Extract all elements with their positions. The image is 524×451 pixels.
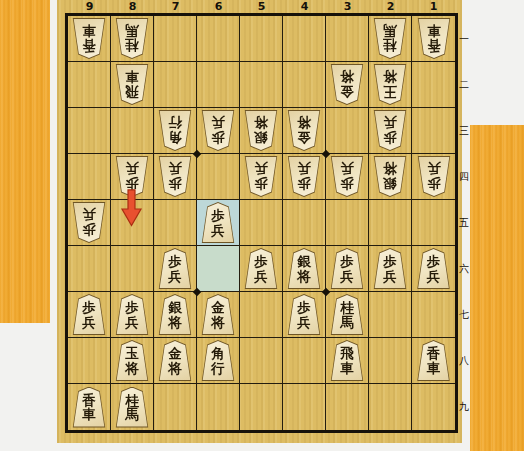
piece-kanji: 銀 (254, 131, 268, 146)
square-73[interactable]: 角行 (154, 108, 197, 154)
rank-label-5: 五 (457, 200, 471, 246)
piece-pawn-sente: 歩兵 (243, 248, 279, 289)
file-labels: 987654321 (68, 0, 455, 14)
piece-kanji: 馬 (125, 24, 139, 39)
piece-kanji: 兵 (427, 269, 441, 284)
piece-kanji: 歩 (82, 223, 96, 238)
piece-kanji: 角 (168, 131, 182, 146)
piece-kanji: 歩 (297, 300, 311, 315)
piece-kanji: 飛 (125, 85, 139, 100)
piece-face: 歩兵 (201, 203, 235, 242)
piece-kanji: 王 (383, 85, 397, 100)
square-76[interactable]: 歩兵 (154, 246, 197, 292)
square-17[interactable] (412, 292, 455, 338)
piece-kanji: 兵 (297, 162, 311, 177)
piece-silver-sente: 銀将 (157, 294, 193, 335)
piece-kanji: 銀 (168, 300, 182, 315)
file-label-6: 6 (197, 0, 240, 14)
piece-face: 銀将 (287, 249, 321, 288)
square-62[interactable] (197, 62, 240, 108)
piece-face: 歩兵 (201, 111, 235, 150)
piece-kanji: 金 (297, 131, 311, 146)
piece-face: 歩兵 (287, 295, 321, 334)
piece-face: 歩兵 (72, 295, 106, 334)
piece-kanji: 歩 (427, 177, 441, 192)
piece-face: 歩兵 (287, 157, 321, 196)
piece-face: 歩兵 (244, 249, 278, 288)
piece-kanji: 将 (125, 361, 139, 376)
piece-pawn-gote: 歩兵 (416, 156, 452, 197)
square-44[interactable]: 歩兵 (283, 154, 326, 200)
piece-rook-sente: 飛車 (329, 340, 365, 381)
square-21[interactable]: 桂馬 (369, 16, 412, 62)
piece-kanji: 歩 (383, 131, 397, 146)
piece-kanji: 将 (383, 70, 397, 85)
square-49[interactable] (283, 384, 326, 430)
square-23[interactable]: 歩兵 (369, 108, 412, 154)
piece-face: 香車 (72, 388, 106, 427)
piece-kanji: 香 (427, 346, 441, 361)
piece-face: 歩兵 (417, 249, 451, 288)
square-89[interactable]: 桂馬 (111, 384, 154, 430)
piece-kanji: 兵 (211, 116, 225, 131)
piece-kanji: 歩 (427, 254, 441, 269)
square-42[interactable] (283, 62, 326, 108)
piece-kanji: 兵 (254, 162, 268, 177)
square-16[interactable]: 歩兵 (412, 246, 455, 292)
square-34[interactable]: 歩兵 (326, 154, 369, 200)
piece-kanji: 歩 (340, 177, 354, 192)
piece-kanji: 香 (82, 39, 96, 54)
piece-kanji: 桂 (383, 39, 397, 54)
piece-kanji: 兵 (168, 269, 182, 284)
square-14[interactable]: 歩兵 (412, 154, 455, 200)
rank-label-9: 九 (457, 384, 471, 430)
square-39[interactable] (326, 384, 369, 430)
file-label-5: 5 (240, 0, 283, 14)
square-75[interactable] (154, 200, 197, 246)
square-56[interactable]: 歩兵 (240, 246, 283, 292)
square-18[interactable]: 香車 (412, 338, 455, 384)
piece-pawn-sente: 歩兵 (286, 294, 322, 335)
square-65[interactable]: 歩兵 (197, 200, 240, 246)
rank-label-6: 六 (457, 246, 471, 292)
piece-kanji: 将 (254, 116, 268, 131)
piece-knight-sente: 桂馬 (114, 387, 150, 428)
piece-kanji: 兵 (82, 315, 96, 330)
piece-face: 歩兵 (330, 157, 364, 196)
piece-pawn-gote: 歩兵 (243, 156, 279, 197)
square-48[interactable] (283, 338, 326, 384)
square-27[interactable] (369, 292, 412, 338)
piece-gold-sente: 金将 (157, 340, 193, 381)
square-46[interactable]: 銀将 (283, 246, 326, 292)
piece-kanji: 兵 (383, 116, 397, 131)
rank-label-7: 七 (457, 292, 471, 338)
piece-face: 角行 (158, 111, 192, 150)
piece-kanji: 行 (211, 361, 225, 376)
piece-pawn-sente: 歩兵 (200, 202, 236, 243)
piece-face: 銀将 (158, 295, 192, 334)
piece-pawn-gote: 歩兵 (372, 110, 408, 151)
square-47[interactable]: 歩兵 (283, 292, 326, 338)
piece-face: 歩兵 (158, 249, 192, 288)
piece-kanji: 兵 (125, 162, 139, 177)
piece-face: 角行 (201, 341, 235, 380)
square-67[interactable]: 金将 (197, 292, 240, 338)
square-24[interactable]: 銀将 (369, 154, 412, 200)
piece-silver-gote: 銀将 (372, 156, 408, 197)
piece-pawn-sente: 歩兵 (157, 248, 193, 289)
piece-kanji: 飛 (340, 346, 354, 361)
piece-pawn-gote: 歩兵 (157, 156, 193, 197)
piece-kanji: 将 (211, 315, 225, 330)
piece-kanji: 将 (297, 116, 311, 131)
square-32[interactable]: 金将 (326, 62, 369, 108)
piece-kanji: 兵 (254, 269, 268, 284)
piece-face: 歩兵 (244, 157, 278, 196)
piece-kanji: 馬 (340, 315, 354, 330)
piece-face: 香車 (72, 19, 106, 58)
piece-kanji: 兵 (211, 223, 225, 238)
piece-face: 玉将 (115, 341, 149, 380)
square-96[interactable] (68, 246, 111, 292)
piece-kanji: 歩 (125, 300, 139, 315)
square-78[interactable]: 金将 (154, 338, 197, 384)
piece-pawn-sente: 歩兵 (416, 248, 452, 289)
piece-rook-gote: 飛車 (114, 64, 150, 105)
piece-face: 王将 (373, 65, 407, 104)
piece-bishop-gote: 角行 (157, 110, 193, 151)
square-95[interactable]: 歩兵 (68, 200, 111, 246)
square-41[interactable] (283, 16, 326, 62)
piece-kanji: 車 (340, 361, 354, 376)
move-arrow (120, 189, 143, 227)
piece-kanji: 桂 (340, 300, 354, 315)
rank-label-8: 八 (457, 338, 471, 384)
piece-kanji: 玉 (125, 346, 139, 361)
piece-pawn-sente: 歩兵 (114, 294, 150, 335)
square-81[interactable]: 桂馬 (111, 16, 154, 62)
piece-kanji: 将 (297, 269, 311, 284)
piece-kanji: 歩 (254, 177, 268, 192)
piece-kanji: 兵 (427, 162, 441, 177)
square-71[interactable] (154, 16, 197, 62)
square-26[interactable]: 歩兵 (369, 246, 412, 292)
square-88[interactable]: 玉将 (111, 338, 154, 384)
piece-lance-gote: 香車 (416, 18, 452, 59)
piece-kanji: 桂 (125, 393, 139, 408)
piece-face: 飛車 (115, 65, 149, 104)
piece-knight-gote: 桂馬 (114, 18, 150, 59)
square-45[interactable] (283, 200, 326, 246)
right-wood-panel (470, 125, 524, 451)
piece-kanji: 歩 (168, 177, 182, 192)
piece-kanji: 兵 (125, 315, 139, 330)
piece-kanji: 車 (427, 361, 441, 376)
square-36[interactable]: 歩兵 (326, 246, 369, 292)
piece-kanji: 金 (211, 300, 225, 315)
piece-pawn-gote: 歩兵 (329, 156, 365, 197)
piece-face: 金将 (330, 65, 364, 104)
piece-face: 香車 (417, 341, 451, 380)
rank-label-3: 三 (457, 108, 471, 154)
rank-label-2: 二 (457, 62, 471, 108)
piece-kanji: 将 (168, 361, 182, 376)
square-35[interactable] (326, 200, 369, 246)
square-72[interactable] (154, 62, 197, 108)
piece-kanji: 将 (168, 315, 182, 330)
piece-face: 金将 (201, 295, 235, 334)
square-83[interactable] (111, 108, 154, 154)
square-57[interactable] (240, 292, 283, 338)
piece-gold-sente: 金将 (200, 294, 236, 335)
square-55[interactable] (240, 200, 283, 246)
piece-kanji: 兵 (168, 162, 182, 177)
shogi-app-screen: 987654321 一二三四五六七八九 香車桂馬桂馬香車飛車金将王将角行歩兵銀将… (0, 0, 524, 451)
piece-kanji: 香 (82, 393, 96, 408)
square-29[interactable] (369, 384, 412, 430)
piece-face: 桂馬 (330, 295, 364, 334)
square-82[interactable]: 飛車 (111, 62, 154, 108)
piece-kanji: 車 (82, 407, 96, 422)
square-25[interactable] (369, 200, 412, 246)
piece-kanji: 車 (82, 24, 96, 39)
piece-face: 歩兵 (373, 111, 407, 150)
piece-pawn-sente: 歩兵 (71, 294, 107, 335)
piece-face: 歩兵 (330, 249, 364, 288)
file-label-9: 9 (68, 0, 111, 14)
square-54[interactable]: 歩兵 (240, 154, 283, 200)
square-98[interactable] (68, 338, 111, 384)
piece-face: 歩兵 (72, 203, 106, 242)
square-12[interactable] (412, 62, 455, 108)
piece-face: 歩兵 (158, 157, 192, 196)
square-97[interactable]: 歩兵 (68, 292, 111, 338)
square-63[interactable]: 歩兵 (197, 108, 240, 154)
shogi-board-area: 987654321 一二三四五六七八九 香車桂馬桂馬香車飛車金将王将角行歩兵銀将… (57, 0, 462, 443)
piece-kanji: 行 (168, 116, 182, 131)
file-label-1: 1 (412, 0, 455, 14)
square-13[interactable] (412, 108, 455, 154)
piece-kanji: 兵 (340, 269, 354, 284)
piece-face: 歩兵 (373, 249, 407, 288)
square-64[interactable] (197, 154, 240, 200)
piece-kanji: 歩 (211, 131, 225, 146)
piece-kanji: 兵 (340, 162, 354, 177)
piece-kanji: 将 (383, 162, 397, 177)
square-52[interactable] (240, 62, 283, 108)
piece-pawn-gote: 歩兵 (200, 110, 236, 151)
piece-kanji: 香 (427, 39, 441, 54)
file-label-3: 3 (326, 0, 369, 14)
piece-kanji: 歩 (211, 208, 225, 223)
square-38[interactable]: 飛車 (326, 338, 369, 384)
piece-gold-gote: 金将 (286, 110, 322, 151)
piece-kanji: 歩 (383, 254, 397, 269)
square-68[interactable]: 角行 (197, 338, 240, 384)
piece-kanji: 馬 (125, 407, 139, 422)
square-74[interactable]: 歩兵 (154, 154, 197, 200)
square-33[interactable] (326, 108, 369, 154)
piece-lance-sente: 香車 (71, 387, 107, 428)
square-15[interactable] (412, 200, 455, 246)
piece-kanji: 歩 (82, 300, 96, 315)
square-61[interactable] (197, 16, 240, 62)
square-69[interactable] (197, 384, 240, 430)
piece-king-sente: 玉将 (114, 340, 150, 381)
square-19[interactable] (412, 384, 455, 430)
square-53[interactable]: 銀将 (240, 108, 283, 154)
square-66[interactable] (197, 246, 240, 292)
file-label-7: 7 (154, 0, 197, 14)
piece-kanji: 金 (340, 85, 354, 100)
piece-face: 桂馬 (373, 19, 407, 58)
square-22[interactable]: 王将 (369, 62, 412, 108)
piece-kanji: 歩 (254, 254, 268, 269)
piece-kanji: 車 (427, 24, 441, 39)
piece-face: 香車 (417, 19, 451, 58)
piece-king-gote: 王将 (372, 64, 408, 105)
piece-kanji: 馬 (383, 24, 397, 39)
piece-lance-sente: 香車 (416, 340, 452, 381)
square-58[interactable] (240, 338, 283, 384)
piece-knight-gote: 桂馬 (372, 18, 408, 59)
piece-kanji: 角 (211, 346, 225, 361)
piece-pawn-gote: 歩兵 (286, 156, 322, 197)
piece-face: 銀将 (244, 111, 278, 150)
piece-kanji: 歩 (297, 177, 311, 192)
piece-silver-sente: 銀将 (286, 248, 322, 289)
file-label-8: 8 (111, 0, 154, 14)
piece-bishop-sente: 角行 (200, 340, 236, 381)
square-93[interactable] (68, 108, 111, 154)
piece-kanji: 兵 (297, 315, 311, 330)
square-91[interactable]: 香車 (68, 16, 111, 62)
piece-kanji: 銀 (383, 177, 397, 192)
left-wood-panel (0, 0, 50, 323)
square-31[interactable] (326, 16, 369, 62)
file-label-2: 2 (369, 0, 412, 14)
piece-face: 金将 (287, 111, 321, 150)
piece-pawn-sente: 歩兵 (372, 248, 408, 289)
piece-kanji: 銀 (297, 254, 311, 269)
piece-face: 金将 (158, 341, 192, 380)
piece-kanji: 車 (125, 70, 139, 85)
piece-knight-sente: 桂馬 (329, 294, 365, 335)
rank-label-1: 一 (457, 16, 471, 62)
square-28[interactable] (369, 338, 412, 384)
piece-kanji: 歩 (168, 254, 182, 269)
square-92[interactable] (68, 62, 111, 108)
piece-kanji: 兵 (82, 208, 96, 223)
square-87[interactable]: 歩兵 (111, 292, 154, 338)
square-37[interactable]: 桂馬 (326, 292, 369, 338)
rank-label-4: 四 (457, 154, 471, 200)
piece-kanji: 歩 (340, 254, 354, 269)
piece-pawn-sente: 歩兵 (329, 248, 365, 289)
piece-face: 桂馬 (115, 388, 149, 427)
rank-labels: 一二三四五六七八九 (457, 16, 471, 430)
piece-face: 歩兵 (417, 157, 451, 196)
square-77[interactable]: 銀将 (154, 292, 197, 338)
piece-lance-gote: 香車 (71, 18, 107, 59)
square-59[interactable] (240, 384, 283, 430)
piece-kanji: 桂 (125, 39, 139, 54)
square-94[interactable] (68, 154, 111, 200)
piece-face: 桂馬 (115, 19, 149, 58)
piece-face: 飛車 (330, 341, 364, 380)
square-11[interactable]: 香車 (412, 16, 455, 62)
piece-kanji: 金 (168, 346, 182, 361)
square-86[interactable] (111, 246, 154, 292)
square-79[interactable] (154, 384, 197, 430)
piece-pawn-gote: 歩兵 (71, 202, 107, 243)
square-51[interactable] (240, 16, 283, 62)
square-99[interactable]: 香車 (68, 384, 111, 430)
piece-gold-gote: 金将 (329, 64, 365, 105)
file-label-4: 4 (283, 0, 326, 14)
piece-face: 銀将 (373, 157, 407, 196)
piece-kanji: 将 (340, 70, 354, 85)
square-43[interactable]: 金将 (283, 108, 326, 154)
piece-silver-gote: 銀将 (243, 110, 279, 151)
piece-face: 歩兵 (115, 295, 149, 334)
piece-kanji: 兵 (383, 269, 397, 284)
